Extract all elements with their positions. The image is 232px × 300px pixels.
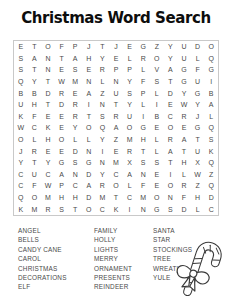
candy-cane-icon <box>167 230 231 300</box>
grid-cell[interactable]: A <box>164 64 178 76</box>
grid-cell[interactable]: F <box>136 180 150 192</box>
grid-cell[interactable]: Y <box>123 76 137 88</box>
grid-cell[interactable]: O <box>41 41 55 53</box>
grid-cell[interactable]: O <box>150 53 164 65</box>
word-list-item: FAMILY <box>94 226 132 235</box>
grid-cell[interactable]: F <box>28 111 42 123</box>
grid-cell[interactable]: O <box>55 134 69 146</box>
grid-cell[interactable]: R <box>55 87 69 99</box>
grid-cell[interactable]: E <box>55 64 69 76</box>
grid-cell[interactable]: B <box>150 111 164 123</box>
grid-cell[interactable]: O <box>164 180 178 192</box>
grid-cell[interactable]: Y <box>164 41 178 53</box>
grid-cell[interactable]: G <box>82 157 96 169</box>
grid-cell[interactable]: N <box>164 192 178 204</box>
grid-cell[interactable]: T <box>191 134 205 146</box>
grid-cell[interactable]: F <box>191 64 205 76</box>
grid-cell[interactable]: X <box>191 157 205 169</box>
grid-cell[interactable]: Q <box>204 157 218 169</box>
grid-cell[interactable]: E <box>150 122 164 134</box>
grid-cell[interactable]: E <box>68 87 82 99</box>
grid-cell[interactable]: N <box>41 53 55 65</box>
grid-cell[interactable]: H <box>136 134 150 146</box>
grid-cell[interactable]: N <box>96 157 110 169</box>
grid-cell[interactable]: T <box>177 145 191 157</box>
grid-cell[interactable]: B <box>204 87 218 99</box>
grid-cell[interactable]: I <box>150 99 164 111</box>
grid-cell[interactable]: T <box>82 111 96 123</box>
grid-cell[interactable]: F <box>28 180 42 192</box>
grid-cell[interactable]: R <box>68 111 82 123</box>
grid-cell[interactable]: G <box>177 64 191 76</box>
grid-cell[interactable]: I <box>164 169 178 181</box>
grid-cell[interactable]: C <box>14 169 28 181</box>
grid-cell[interactable]: E <box>177 122 191 134</box>
grid-cell[interactable]: S <box>68 157 82 169</box>
grid-cell[interactable]: C <box>96 203 110 215</box>
word-column-2: FAMILYHOLLYLIGHTSMERRYORNAMENTPRESENTSRE… <box>94 226 132 292</box>
grid-cell[interactable]: L <box>150 145 164 157</box>
grid-cell[interactable]: E <box>164 99 178 111</box>
grid-cell[interactable]: T <box>28 64 42 76</box>
grid-cell[interactable]: R <box>177 111 191 123</box>
grid-cell[interactable]: J <box>109 41 123 53</box>
grid-cell[interactable]: R <box>68 99 82 111</box>
grid-cell[interactable]: N <box>82 145 96 157</box>
grid-cell[interactable]: U <box>177 41 191 53</box>
grid-cell[interactable]: P <box>68 41 82 53</box>
grid-cell[interactable]: E <box>82 64 96 76</box>
grid-cell[interactable]: F <box>177 192 191 204</box>
grid-cell[interactable]: G <box>191 87 205 99</box>
grid-cell[interactable]: E <box>109 145 123 157</box>
grid-cell[interactable]: N <box>109 76 123 88</box>
grid-cell[interactable]: D <box>191 41 205 53</box>
grid-cell[interactable]: L <box>191 203 205 215</box>
grid-cell[interactable]: W <box>177 99 191 111</box>
grid-cell[interactable]: A <box>109 122 123 134</box>
grid-cell[interactable]: G <box>177 76 191 88</box>
grid-cell[interactable]: H <box>191 192 205 204</box>
grid-cell[interactable]: D <box>177 203 191 215</box>
grid-cell[interactable]: F <box>136 76 150 88</box>
grid-cell[interactable]: K <box>109 203 123 215</box>
grid-cell[interactable]: J <box>14 145 28 157</box>
grid-cell[interactable]: H <box>82 53 96 65</box>
word-list-item: ELF <box>18 282 67 291</box>
grid-cell[interactable]: R <box>136 53 150 65</box>
grid-cell[interactable]: Y <box>96 134 110 146</box>
grid-cell[interactable]: U <box>109 87 123 99</box>
grid-cell[interactable]: R <box>41 203 55 215</box>
grid-cell[interactable]: F <box>55 41 69 53</box>
grid-cell[interactable]: N <box>136 169 150 181</box>
grid-cell[interactable]: C <box>68 180 82 192</box>
grid-cell[interactable]: E <box>14 41 28 53</box>
page-title: Christmas Word Search <box>0 9 232 27</box>
grid-cell[interactable]: R <box>96 180 110 192</box>
grid-cell[interactable]: Z <box>109 134 123 146</box>
grid-cell[interactable]: D <box>164 87 178 99</box>
grid-cell[interactable]: T <box>109 192 123 204</box>
grid-cell[interactable]: T <box>55 53 69 65</box>
grid-cell[interactable]: L <box>150 134 164 146</box>
grid-cell[interactable]: Z <box>191 180 205 192</box>
word-list-item: HOLLY <box>94 235 132 244</box>
grid-cell[interactable]: N <box>96 99 110 111</box>
grid-cell[interactable]: Q <box>14 192 28 204</box>
grid-cell[interactable]: G <box>55 157 69 169</box>
word-list-item: LIGHTS <box>94 245 132 254</box>
grid-cell[interactable]: J <box>82 41 96 53</box>
grid-cell[interactable]: E <box>55 145 69 157</box>
grid-cell[interactable]: H <box>55 192 69 204</box>
grid-cell[interactable]: L <box>82 134 96 146</box>
grid-cell[interactable]: O <box>123 122 137 134</box>
grid-cell[interactable]: K <box>204 145 218 157</box>
grid-cell[interactable]: E <box>150 180 164 192</box>
grid-cell[interactable]: P <box>123 64 137 76</box>
grid-cell[interactable]: R <box>28 145 42 157</box>
grid-cell[interactable]: E <box>55 122 69 134</box>
grid-cell[interactable]: G <box>204 64 218 76</box>
grid-cell[interactable]: H <box>28 99 42 111</box>
grid-cell[interactable]: U <box>14 99 28 111</box>
grid-cell[interactable]: X <box>123 157 137 169</box>
grid-cell[interactable]: Y <box>96 53 110 65</box>
grid-cell[interactable]: Y <box>191 99 205 111</box>
grid-cell[interactable]: O <box>164 122 178 134</box>
grid-cell[interactable]: G <box>191 122 205 134</box>
grid-cell[interactable]: B <box>28 87 42 99</box>
word-list-item: DECORATIONS <box>18 273 67 282</box>
word-list-item: ORNAMENT <box>94 264 132 273</box>
word-list-item: MERRY <box>94 254 132 263</box>
grid-cell[interactable]: S <box>96 111 110 123</box>
grid-cell[interactable]: H <box>177 157 191 169</box>
grid-cell[interactable]: O <box>150 192 164 204</box>
grid-cell[interactable]: T <box>109 99 123 111</box>
grid-cell[interactable]: I <box>82 99 96 111</box>
grid-cell[interactable]: S <box>150 76 164 88</box>
grid-cell[interactable]: E <box>123 41 137 53</box>
grid-cell[interactable]: M <box>96 192 110 204</box>
grid-cell[interactable]: O <box>109 180 123 192</box>
grid-cell[interactable]: U <box>28 169 42 181</box>
grid-cell[interactable]: T <box>41 76 55 88</box>
grid-cell[interactable]: I <box>204 76 218 88</box>
grid-cell[interactable]: S <box>55 203 69 215</box>
grid-cell[interactable]: O <box>204 41 218 53</box>
grid-box: ETOFPJTJEGZYUDOSANTAHYELROYULQSTNESERPPL… <box>13 40 219 216</box>
grid-cell[interactable]: R <box>109 111 123 123</box>
grid-cell[interactable]: L <box>96 76 110 88</box>
grid-cell[interactable]: N <box>136 203 150 215</box>
grid-cell[interactable]: L <box>136 64 150 76</box>
grid-cell[interactable]: I <box>136 111 150 123</box>
grid-cell[interactable]: S <box>14 64 28 76</box>
grid-cell[interactable]: C <box>41 169 55 181</box>
grid-cell[interactable]: D <box>68 145 82 157</box>
grid-cell[interactable]: T <box>41 99 55 111</box>
grid-cell[interactable]: M <box>28 203 42 215</box>
grid-cell[interactable]: H <box>68 192 82 204</box>
grid-cell[interactable]: U <box>123 111 137 123</box>
grid-cell[interactable]: Y <box>164 53 178 65</box>
word-column-1: ANGELBELLSCANDY CANECAROLCHRISTMASDECORA… <box>18 226 67 292</box>
grid-cell[interactable]: B <box>14 87 28 99</box>
grid-cell[interactable]: L <box>204 111 218 123</box>
grid-cell[interactable]: U <box>191 76 205 88</box>
grid-cell[interactable]: A <box>204 99 218 111</box>
grid-cell[interactable]: D <box>82 192 96 204</box>
word-list-item: BELLS <box>18 235 67 244</box>
grid-cell[interactable]: R <box>164 134 178 146</box>
grid-cell[interactable]: V <box>150 64 164 76</box>
grid-cell[interactable]: M <box>136 192 150 204</box>
grid-cell[interactable]: M <box>123 134 137 146</box>
grid-cell[interactable]: L <box>177 169 191 181</box>
grid-cell[interactable]: Y <box>177 87 191 99</box>
grid-cell[interactable]: D <box>82 169 96 181</box>
grid-cell[interactable]: D <box>41 87 55 99</box>
grid-cell[interactable]: G <box>136 122 150 134</box>
grid-cell[interactable]: L <box>150 87 164 99</box>
grid-cell[interactable]: Y <box>41 157 55 169</box>
grid-cell[interactable]: E <box>41 145 55 157</box>
grid-cell[interactable]: Z <box>150 41 164 53</box>
grid-cell[interactable]: Q <box>204 122 218 134</box>
letter-grid: ETOFPJTJEGZYUDOSANTAHYELROYULQSTNESERPPL… <box>14 41 218 215</box>
grid-cell[interactable]: N <box>41 64 55 76</box>
grid-cell[interactable]: L <box>123 180 137 192</box>
grid-cell[interactable]: Q <box>96 122 110 134</box>
grid-cell[interactable]: W <box>191 169 205 181</box>
grid-cell[interactable]: M <box>68 76 82 88</box>
grid-cell[interactable]: A <box>28 53 42 65</box>
grid-cell[interactable]: N <box>68 169 82 181</box>
grid-cell[interactable]: C <box>28 122 42 134</box>
grid-cell[interactable]: Y <box>28 76 42 88</box>
grid-cell[interactable]: A <box>164 145 178 157</box>
grid-cell[interactable]: Z <box>204 169 218 181</box>
grid-cell[interactable]: L <box>68 134 82 146</box>
grid-cell[interactable]: A <box>55 169 69 181</box>
grid-cell[interactable]: R <box>177 180 191 192</box>
grid-cell[interactable]: G <box>150 203 164 215</box>
grid-cell[interactable]: W <box>41 180 55 192</box>
grid-cell[interactable]: G <box>136 41 150 53</box>
word-search-page: { "game": "word_search", "title": "Chris… <box>0 0 232 300</box>
grid-cell[interactable]: T <box>68 203 82 215</box>
grid-cell[interactable]: L <box>123 53 137 65</box>
word-list-item: CHRISTMAS <box>18 264 67 273</box>
grid-cell[interactable]: S <box>204 134 218 146</box>
grid-cell[interactable]: S <box>150 157 164 169</box>
grid-cell[interactable]: W <box>14 122 28 134</box>
word-list-item: CAROL <box>18 254 67 263</box>
grid-cell[interactable]: Q <box>204 53 218 65</box>
word-list-item: ANGEL <box>18 226 67 235</box>
grid-cell[interactable]: M <box>41 192 55 204</box>
grid-cell[interactable]: E <box>55 111 69 123</box>
grid-cell[interactable]: P <box>109 64 123 76</box>
grid-cell[interactable]: Y <box>123 99 137 111</box>
grid-cell[interactable]: S <box>123 87 137 99</box>
grid-cell[interactable]: U <box>177 53 191 65</box>
grid-cell[interactable]: T <box>136 145 150 157</box>
grid-cell[interactable]: N <box>82 76 96 88</box>
grid-cell[interactable]: C <box>109 169 123 181</box>
grid-cell[interactable]: K <box>14 111 28 123</box>
grid-cell[interactable]: L <box>136 99 150 111</box>
grid-cell[interactable]: Z <box>96 87 110 99</box>
grid-cell[interactable]: A <box>68 53 82 65</box>
grid-cell[interactable]: E <box>150 169 164 181</box>
grid-cell[interactable]: K <box>41 122 55 134</box>
grid-cell[interactable]: S <box>68 64 82 76</box>
grid-cell[interactable]: Y <box>68 122 82 134</box>
grid-cell[interactable]: A <box>123 169 137 181</box>
grid-cell[interactable]: C <box>204 203 218 215</box>
grid-cell[interactable]: Q <box>14 76 28 88</box>
grid-cell[interactable]: T <box>96 41 110 53</box>
word-list-item: PRESENTS <box>94 273 132 282</box>
grid-cell[interactable]: O <box>82 122 96 134</box>
grid-cell[interactable]: R <box>96 64 110 76</box>
grid-cell[interactable]: Y <box>14 157 28 169</box>
grid-cell[interactable]: R <box>123 145 137 157</box>
grid-cell[interactable]: E <box>109 53 123 65</box>
grid-cell[interactable]: T <box>164 76 178 88</box>
grid-cell[interactable]: J <box>191 111 205 123</box>
grid-cell[interactable]: O <box>14 134 28 146</box>
grid-cell[interactable]: S <box>136 157 150 169</box>
grid-cell[interactable]: S <box>164 203 178 215</box>
grid-cell[interactable]: I <box>96 145 110 157</box>
grid-cell[interactable]: H <box>41 134 55 146</box>
grid-cell[interactable]: C <box>164 111 178 123</box>
grid-cell[interactable]: L <box>191 53 205 65</box>
grid-cell[interactable]: Q <box>204 180 218 192</box>
grid-cell[interactable]: D <box>55 99 69 111</box>
grid-cell[interactable]: W <box>55 76 69 88</box>
grid-cell[interactable]: C <box>123 192 137 204</box>
grid-cell[interactable]: S <box>14 53 28 65</box>
grid-cell[interactable]: M <box>109 157 123 169</box>
grid-cell[interactable]: A <box>177 134 191 146</box>
grid-cell[interactable]: E <box>41 111 55 123</box>
grid-cell[interactable]: K <box>14 203 28 215</box>
grid-cell[interactable]: U <box>191 145 205 157</box>
word-list-item: REINDEER <box>94 282 132 291</box>
grid-cell[interactable]: A <box>82 180 96 192</box>
grid-cell[interactable]: T <box>28 41 42 53</box>
grid-cell[interactable]: P <box>136 87 150 99</box>
grid-cell[interactable]: I <box>123 203 137 215</box>
grid-cell[interactable]: D <box>204 192 218 204</box>
grid-cell[interactable]: O <box>82 203 96 215</box>
grid-cell[interactable]: C <box>14 180 28 192</box>
grid-cell[interactable]: P <box>55 180 69 192</box>
grid-cell[interactable]: O <box>28 192 42 204</box>
grid-cell[interactable]: T <box>164 157 178 169</box>
grid-cell[interactable]: T <box>28 157 42 169</box>
grid-cell[interactable]: A <box>82 87 96 99</box>
grid-cell[interactable]: Y <box>96 169 110 181</box>
grid-cell[interactable]: L <box>28 134 42 146</box>
word-list-item: CANDY CANE <box>18 245 67 254</box>
